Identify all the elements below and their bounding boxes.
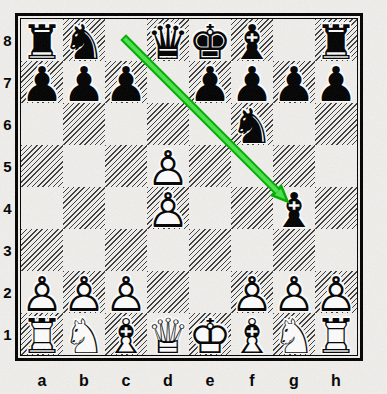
black-pawn-h7-halo: ♟ (315, 63, 357, 105)
rank-label-2: 2 (0, 271, 15, 313)
square-e7: ♟♟ (189, 61, 231, 103)
white-bishop-f1-halo: ♝ (231, 315, 273, 357)
white-pawn-d4-halo: ♟ (147, 189, 189, 231)
square-h5 (315, 145, 357, 187)
white-pawn-g2-halo: ♟ (273, 273, 315, 315)
black-bishop-f8-halo: ♝ (231, 21, 273, 63)
black-pawn-c7-halo: ♟ (105, 63, 147, 105)
file-label-f: f (231, 369, 273, 393)
square-d3 (147, 229, 189, 271)
black-knight-f6-halo: ♞ (231, 105, 273, 147)
rank-label-7: 7 (0, 61, 15, 103)
black-pawn-a7-halo: ♟ (21, 63, 63, 105)
square-a2: ♟♙ (21, 271, 63, 313)
square-c2: ♟♙ (105, 271, 147, 313)
chess-board: ♜♜♞♞♛♛♚♚♝♝♜♜♟♟♟♟♟♟♟♟♟♟♟♟♟♟♞♞♟♙♟♙♝♝♟♙♟♙♟♙… (15, 13, 363, 361)
white-pawn-a2-halo: ♟ (21, 273, 63, 315)
white-bishop-c1: ♗ (105, 315, 147, 357)
square-h1: ♜♖ (315, 313, 357, 355)
rank-label-4: 4 (0, 187, 15, 229)
board-grid: ♜♜♞♞♛♛♚♚♝♝♜♜♟♟♟♟♟♟♟♟♟♟♟♟♟♟♞♞♟♙♟♙♝♝♟♙♟♙♟♙… (21, 19, 357, 355)
square-f7: ♟♟ (231, 61, 273, 103)
black-king-e8-halo: ♚ (189, 21, 231, 63)
square-a7: ♟♟ (21, 61, 63, 103)
square-b1: ♞♘ (63, 313, 105, 355)
square-e8: ♚♚ (189, 19, 231, 61)
square-e3 (189, 229, 231, 271)
black-rook-h8-halo: ♜ (315, 21, 357, 63)
square-c3 (105, 229, 147, 271)
black-bishop-f8: ♝ (231, 21, 273, 63)
white-pawn-d4: ♙ (147, 189, 189, 231)
square-g4: ♝♝ (273, 187, 315, 229)
square-a6 (21, 103, 63, 145)
square-g2: ♟♙ (273, 271, 315, 313)
white-pawn-b2-halo: ♟ (63, 273, 105, 315)
white-pawn-c2-halo: ♟ (105, 273, 147, 315)
square-c6 (105, 103, 147, 145)
black-pawn-c7: ♟ (105, 63, 147, 105)
rank-label-6: 6 (0, 103, 15, 145)
square-d1: ♛♕ (147, 313, 189, 355)
white-pawn-c2: ♙ (105, 273, 147, 315)
white-rook-h1: ♖ (315, 315, 357, 357)
rank-label-8: 8 (0, 19, 15, 61)
square-f8: ♝♝ (231, 19, 273, 61)
white-knight-b1: ♘ (63, 315, 105, 357)
file-label-e: e (189, 369, 231, 393)
square-b7: ♟♟ (63, 61, 105, 103)
square-d8: ♛♛ (147, 19, 189, 61)
white-bishop-f1: ♗ (231, 315, 273, 357)
black-pawn-e7: ♟ (189, 63, 231, 105)
square-b3 (63, 229, 105, 271)
file-label-b: b (63, 369, 105, 393)
black-queen-d8-halo: ♛ (147, 21, 189, 63)
square-f6: ♞♞ (231, 103, 273, 145)
white-king-e1-halo: ♚ (189, 315, 231, 357)
white-pawn-g2: ♙ (273, 273, 315, 315)
white-pawn-h2-halo: ♟ (315, 273, 357, 315)
square-f4 (231, 187, 273, 229)
square-a8: ♜♜ (21, 19, 63, 61)
black-pawn-a7: ♟ (21, 63, 63, 105)
square-c4 (105, 187, 147, 229)
white-pawn-d5: ♙ (147, 147, 189, 189)
square-f3 (231, 229, 273, 271)
square-e1: ♚♔ (189, 313, 231, 355)
white-bishop-c1-halo: ♝ (105, 315, 147, 357)
square-g8 (273, 19, 315, 61)
white-rook-a1: ♖ (21, 315, 63, 357)
square-h6 (315, 103, 357, 145)
black-bishop-g4-halo: ♝ (273, 189, 315, 231)
square-g5 (273, 145, 315, 187)
black-pawn-h7: ♟ (315, 63, 357, 105)
square-c7: ♟♟ (105, 61, 147, 103)
rank-label-3: 3 (0, 229, 15, 271)
black-pawn-f7: ♟ (231, 63, 273, 105)
black-bishop-g4: ♝ (273, 189, 315, 231)
square-h7: ♟♟ (315, 61, 357, 103)
black-pawn-g7: ♟ (273, 63, 315, 105)
square-a1: ♜♖ (21, 313, 63, 355)
black-king-e8: ♚ (189, 21, 231, 63)
square-d2 (147, 271, 189, 313)
white-pawn-a2: ♙ (21, 273, 63, 315)
square-b2: ♟♙ (63, 271, 105, 313)
file-label-a: a (21, 369, 63, 393)
white-pawn-d5-halo: ♟ (147, 147, 189, 189)
file-label-c: c (105, 369, 147, 393)
square-h3 (315, 229, 357, 271)
square-h8: ♜♜ (315, 19, 357, 61)
rank-label-5: 5 (0, 145, 15, 187)
board-inner-frame: ♜♜♞♞♛♛♚♚♝♝♜♜♟♟♟♟♟♟♟♟♟♟♟♟♟♟♞♞♟♙♟♙♝♝♟♙♟♙♟♙… (20, 18, 358, 356)
square-a3 (21, 229, 63, 271)
square-f1: ♝♗ (231, 313, 273, 355)
black-pawn-f7-halo: ♟ (231, 63, 273, 105)
square-d5: ♟♙ (147, 145, 189, 187)
white-pawn-h2: ♙ (315, 273, 357, 315)
black-rook-h8: ♜ (315, 21, 357, 63)
square-d4: ♟♙ (147, 187, 189, 229)
white-rook-a1-halo: ♜ (21, 315, 63, 357)
black-pawn-g7-halo: ♟ (273, 63, 315, 105)
black-knight-f6: ♞ (231, 105, 273, 147)
square-e6 (189, 103, 231, 145)
white-pawn-f2: ♙ (231, 273, 273, 315)
square-f5 (231, 145, 273, 187)
square-f2: ♟♙ (231, 271, 273, 313)
square-b8: ♞♞ (63, 19, 105, 61)
white-knight-g1: ♘ (273, 315, 315, 357)
black-queen-d8: ♛ (147, 21, 189, 63)
square-b5 (63, 145, 105, 187)
black-knight-b8: ♞ (63, 21, 105, 63)
square-g7: ♟♟ (273, 61, 315, 103)
square-g3 (273, 229, 315, 271)
square-g6 (273, 103, 315, 145)
square-h2: ♟♙ (315, 271, 357, 313)
white-knight-b1-halo: ♞ (63, 315, 105, 357)
white-rook-h1-halo: ♜ (315, 315, 357, 357)
square-a4 (21, 187, 63, 229)
rank-label-1: 1 (0, 313, 15, 355)
file-label-g: g (273, 369, 315, 393)
black-pawn-b7-halo: ♟ (63, 63, 105, 105)
black-pawn-e7-halo: ♟ (189, 63, 231, 105)
white-pawn-b2: ♙ (63, 273, 105, 315)
file-label-d: d (147, 369, 189, 393)
square-c5 (105, 145, 147, 187)
square-e4 (189, 187, 231, 229)
square-d7 (147, 61, 189, 103)
black-pawn-b7: ♟ (63, 63, 105, 105)
white-pawn-f2-halo: ♟ (231, 273, 273, 315)
square-d6 (147, 103, 189, 145)
square-b6 (63, 103, 105, 145)
square-c8 (105, 19, 147, 61)
white-king-e1: ♔ (189, 315, 231, 357)
white-queen-d1: ♕ (147, 315, 189, 357)
file-label-h: h (315, 369, 357, 393)
white-knight-g1-halo: ♞ (273, 315, 315, 357)
square-g1: ♞♘ (273, 313, 315, 355)
black-rook-a8: ♜ (21, 21, 63, 63)
square-a5 (21, 145, 63, 187)
chess-diagram-page: ♜♜♞♞♛♛♚♚♝♝♜♜♟♟♟♟♟♟♟♟♟♟♟♟♟♟♞♞♟♙♟♙♝♝♟♙♟♙♟♙… (0, 0, 387, 394)
square-h4 (315, 187, 357, 229)
square-e5 (189, 145, 231, 187)
square-e2 (189, 271, 231, 313)
black-knight-b8-halo: ♞ (63, 21, 105, 63)
black-rook-a8-halo: ♜ (21, 21, 63, 63)
white-queen-d1-halo: ♛ (147, 315, 189, 357)
square-b4 (63, 187, 105, 229)
square-c1: ♝♗ (105, 313, 147, 355)
